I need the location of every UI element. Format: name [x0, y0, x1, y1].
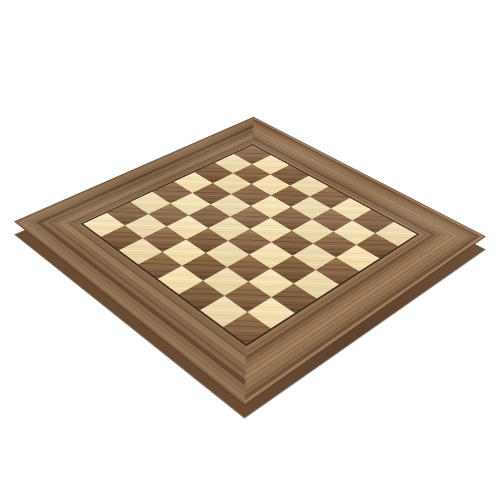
chessboard [15, 117, 484, 404]
product-photo-scene [0, 0, 500, 500]
